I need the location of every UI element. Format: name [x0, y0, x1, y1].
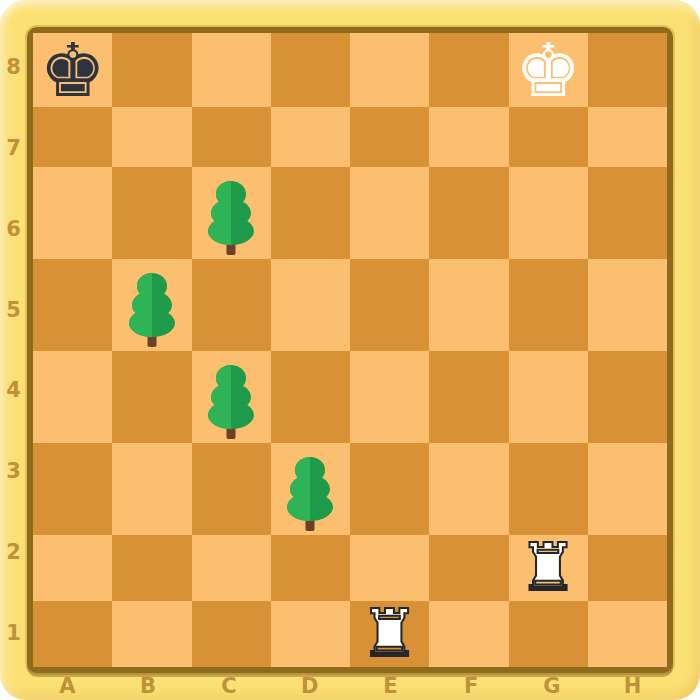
square-b1[interactable]	[112, 601, 191, 667]
square-g2[interactable]: ♜	[509, 535, 588, 601]
square-b2[interactable]	[112, 535, 191, 601]
rank-label-8: 8	[0, 27, 27, 108]
square-a8[interactable]: ♚	[33, 33, 112, 107]
square-b5[interactable]	[112, 259, 191, 351]
rank-label-5: 5	[0, 269, 27, 350]
square-d7[interactable]	[271, 107, 350, 167]
square-c1[interactable]	[192, 601, 271, 667]
white-rook[interactable]: ♜	[360, 601, 419, 667]
square-h6[interactable]	[588, 167, 667, 259]
square-c8[interactable]	[192, 33, 271, 107]
board-frame: 87654321 ABCDEFGH ♚♚♜♜	[0, 0, 700, 700]
tree-icon	[201, 179, 261, 259]
square-b3[interactable]	[112, 443, 191, 535]
rank-label-1: 1	[0, 592, 27, 673]
file-label-d: D	[269, 673, 350, 700]
square-h7[interactable]	[588, 107, 667, 167]
square-d8[interactable]	[271, 33, 350, 107]
square-f8[interactable]	[429, 33, 508, 107]
square-e7[interactable]	[350, 107, 429, 167]
square-h3[interactable]	[588, 443, 667, 535]
square-a4[interactable]	[33, 351, 112, 443]
square-c6[interactable]	[192, 167, 271, 259]
square-a3[interactable]	[33, 443, 112, 535]
file-labels: ABCDEFGH	[27, 673, 673, 700]
square-e6[interactable]	[350, 167, 429, 259]
square-h2[interactable]	[588, 535, 667, 601]
tree-obstacle	[201, 167, 261, 259]
file-label-f: F	[431, 673, 512, 700]
square-d3[interactable]	[271, 443, 350, 535]
square-f6[interactable]	[429, 167, 508, 259]
tree-obstacle	[201, 351, 261, 443]
square-c3[interactable]	[192, 443, 271, 535]
square-b7[interactable]	[112, 107, 191, 167]
tree-icon	[201, 363, 261, 443]
square-a2[interactable]	[33, 535, 112, 601]
square-d1[interactable]	[271, 601, 350, 667]
square-f4[interactable]	[429, 351, 508, 443]
file-label-c: C	[189, 673, 270, 700]
square-d2[interactable]	[271, 535, 350, 601]
file-label-b: B	[108, 673, 189, 700]
chess-board: ♚♚♜♜	[33, 33, 667, 667]
tree-icon	[280, 455, 340, 535]
square-c4[interactable]	[192, 351, 271, 443]
square-b8[interactable]	[112, 33, 191, 107]
square-h1[interactable]	[588, 601, 667, 667]
rank-label-4: 4	[0, 350, 27, 431]
square-d5[interactable]	[271, 259, 350, 351]
file-label-e: E	[350, 673, 431, 700]
square-f5[interactable]	[429, 259, 508, 351]
square-g1[interactable]	[509, 601, 588, 667]
square-f2[interactable]	[429, 535, 508, 601]
square-a5[interactable]	[33, 259, 112, 351]
square-f7[interactable]	[429, 107, 508, 167]
square-c7[interactable]	[192, 107, 271, 167]
square-g6[interactable]	[509, 167, 588, 259]
square-e3[interactable]	[350, 443, 429, 535]
square-h5[interactable]	[588, 259, 667, 351]
square-e8[interactable]	[350, 33, 429, 107]
square-d6[interactable]	[271, 167, 350, 259]
square-h8[interactable]	[588, 33, 667, 107]
white-rook[interactable]: ♜	[519, 535, 578, 601]
square-g8[interactable]: ♚	[509, 33, 588, 107]
file-label-a: A	[27, 673, 108, 700]
square-g4[interactable]	[509, 351, 588, 443]
square-e1[interactable]: ♜	[350, 601, 429, 667]
tree-obstacle	[280, 443, 340, 535]
square-b6[interactable]	[112, 167, 191, 259]
black-king[interactable]: ♚	[39, 33, 105, 107]
square-e2[interactable]	[350, 535, 429, 601]
rank-label-2: 2	[0, 512, 27, 593]
square-e5[interactable]	[350, 259, 429, 351]
square-d4[interactable]	[271, 351, 350, 443]
tree-obstacle	[122, 259, 182, 351]
white-king[interactable]: ♚	[515, 33, 581, 107]
square-a6[interactable]	[33, 167, 112, 259]
square-a7[interactable]	[33, 107, 112, 167]
rank-label-6: 6	[0, 189, 27, 270]
square-g3[interactable]	[509, 443, 588, 535]
file-label-h: H	[592, 673, 673, 700]
square-h4[interactable]	[588, 351, 667, 443]
file-label-g: G	[512, 673, 593, 700]
square-f3[interactable]	[429, 443, 508, 535]
square-e4[interactable]	[350, 351, 429, 443]
square-f1[interactable]	[429, 601, 508, 667]
rank-label-3: 3	[0, 431, 27, 512]
square-b4[interactable]	[112, 351, 191, 443]
tree-icon	[122, 271, 182, 351]
board-border: ♚♚♜♜	[27, 27, 673, 673]
square-a1[interactable]	[33, 601, 112, 667]
rank-label-7: 7	[0, 108, 27, 189]
square-g7[interactable]	[509, 107, 588, 167]
square-c5[interactable]	[192, 259, 271, 351]
square-g5[interactable]	[509, 259, 588, 351]
rank-labels: 87654321	[0, 27, 27, 673]
square-c2[interactable]	[192, 535, 271, 601]
